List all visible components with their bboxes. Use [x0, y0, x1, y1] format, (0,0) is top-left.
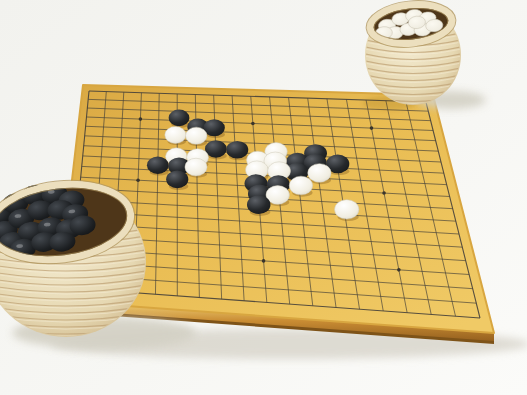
star-point [397, 268, 401, 272]
white-stone [289, 176, 312, 195]
white-stone [335, 200, 359, 219]
white-stone [186, 127, 207, 144]
star-point [262, 259, 266, 263]
go-photo-scene [0, 0, 527, 395]
black-stone [147, 157, 169, 174]
white-stone [185, 158, 207, 176]
star-point [370, 126, 374, 130]
white-stone [165, 126, 186, 143]
star-point [382, 191, 386, 195]
black-stone [247, 195, 270, 214]
star-point [251, 122, 255, 126]
black-stone [166, 171, 188, 189]
black-stone [169, 110, 190, 127]
white-stone [308, 164, 331, 183]
star-point [139, 117, 143, 121]
black-stone [226, 141, 248, 159]
star-point [136, 178, 140, 182]
go-scene-svg [0, 0, 527, 395]
